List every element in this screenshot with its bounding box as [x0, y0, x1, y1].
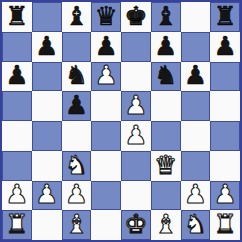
- square-f2[interactable]: [151, 181, 181, 211]
- square-h1[interactable]: ♜: [210, 210, 240, 240]
- square-e4[interactable]: ♟: [121, 121, 151, 151]
- square-e1[interactable]: ♚: [121, 210, 151, 240]
- square-g1[interactable]: ♞: [181, 210, 211, 240]
- square-c6[interactable]: ♞: [62, 62, 92, 92]
- piece-black-pawn[interactable]: ♟: [213, 33, 236, 59]
- piece-black-rook[interactable]: ♜: [213, 3, 236, 29]
- square-f5[interactable]: [151, 91, 181, 121]
- square-c3[interactable]: ♞: [62, 151, 92, 181]
- square-h5[interactable]: [210, 91, 240, 121]
- square-c5[interactable]: ♟: [62, 91, 92, 121]
- piece-black-pawn[interactable]: ♟: [184, 62, 207, 88]
- square-g6[interactable]: ♟: [181, 62, 211, 92]
- square-b5[interactable]: [32, 91, 62, 121]
- piece-white-pawn[interactable]: ♟: [94, 62, 117, 88]
- square-f6[interactable]: ♞: [151, 62, 181, 92]
- square-a5[interactable]: [2, 91, 32, 121]
- square-h8[interactable]: ♜: [210, 2, 240, 32]
- square-c4[interactable]: [62, 121, 92, 151]
- square-e2[interactable]: [121, 181, 151, 211]
- square-b7[interactable]: ♟: [32, 32, 62, 62]
- square-a7[interactable]: [2, 32, 32, 62]
- square-b8[interactable]: [32, 2, 62, 32]
- piece-white-pawn[interactable]: ♟: [124, 122, 147, 148]
- square-c2[interactable]: ♟: [62, 181, 92, 211]
- piece-white-pawn[interactable]: ♟: [5, 181, 28, 207]
- piece-white-knight[interactable]: ♞: [65, 152, 88, 178]
- piece-white-bishop[interactable]: ♝: [65, 211, 88, 237]
- square-g4[interactable]: [181, 121, 211, 151]
- square-f7[interactable]: ♟: [151, 32, 181, 62]
- square-e6[interactable]: [121, 62, 151, 92]
- square-g8[interactable]: [181, 2, 211, 32]
- square-g2[interactable]: ♟: [181, 181, 211, 211]
- square-h6[interactable]: [210, 62, 240, 92]
- piece-white-bishop[interactable]: ♝: [154, 211, 177, 237]
- square-g3[interactable]: [181, 151, 211, 181]
- square-c8[interactable]: ♝: [62, 2, 92, 32]
- piece-white-pawn[interactable]: ♟: [35, 181, 58, 207]
- square-d3[interactable]: [91, 151, 121, 181]
- piece-black-pawn[interactable]: ♟: [94, 33, 117, 59]
- square-a6[interactable]: ♟: [2, 62, 32, 92]
- square-d2[interactable]: [91, 181, 121, 211]
- square-b6[interactable]: [32, 62, 62, 92]
- square-a8[interactable]: ♜: [2, 2, 32, 32]
- piece-black-bishop[interactable]: ♝: [154, 3, 177, 29]
- piece-white-knight[interactable]: ♞: [184, 211, 207, 237]
- square-b4[interactable]: [32, 121, 62, 151]
- square-f4[interactable]: [151, 121, 181, 151]
- piece-white-rook[interactable]: ♜: [213, 211, 236, 237]
- square-d7[interactable]: ♟: [91, 32, 121, 62]
- square-a2[interactable]: ♟: [2, 181, 32, 211]
- piece-white-king[interactable]: ♚: [124, 211, 147, 237]
- piece-white-pawn[interactable]: ♟: [213, 181, 236, 207]
- square-h3[interactable]: [210, 151, 240, 181]
- piece-black-pawn[interactable]: ♟: [65, 92, 88, 118]
- piece-black-rook[interactable]: ♜: [5, 3, 28, 29]
- piece-white-pawn[interactable]: ♟: [65, 181, 88, 207]
- piece-black-bishop[interactable]: ♝: [65, 3, 88, 29]
- square-f3[interactable]: ♛: [151, 151, 181, 181]
- square-f8[interactable]: ♝: [151, 2, 181, 32]
- piece-black-queen[interactable]: ♛: [94, 3, 117, 29]
- piece-black-knight[interactable]: ♞: [65, 62, 88, 88]
- square-e3[interactable]: [121, 151, 151, 181]
- square-d8[interactable]: ♛: [91, 2, 121, 32]
- chess-board: ♜♝♛♚♝♜♟♟♟♟♟♞♟♞♟♟♟♟♞♛♟♟♟♟♟♜♝♚♝♞♜: [0, 0, 242, 242]
- square-b3[interactable]: [32, 151, 62, 181]
- piece-black-king[interactable]: ♚: [124, 3, 147, 29]
- square-d5[interactable]: [91, 91, 121, 121]
- square-c1[interactable]: ♝: [62, 210, 92, 240]
- square-c7[interactable]: [62, 32, 92, 62]
- piece-white-pawn[interactable]: ♟: [124, 92, 147, 118]
- square-b1[interactable]: [32, 210, 62, 240]
- square-d6[interactable]: ♟: [91, 62, 121, 92]
- square-d1[interactable]: [91, 210, 121, 240]
- piece-white-queen[interactable]: ♛: [154, 152, 177, 178]
- piece-black-knight[interactable]: ♞: [154, 62, 177, 88]
- piece-white-pawn[interactable]: ♟: [184, 181, 207, 207]
- square-e5[interactable]: ♟: [121, 91, 151, 121]
- square-a4[interactable]: [2, 121, 32, 151]
- square-g5[interactable]: [181, 91, 211, 121]
- square-e7[interactable]: [121, 32, 151, 62]
- piece-black-pawn[interactable]: ♟: [5, 62, 28, 88]
- square-a3[interactable]: [2, 151, 32, 181]
- square-h4[interactable]: [210, 121, 240, 151]
- square-a1[interactable]: ♜: [2, 210, 32, 240]
- square-e8[interactable]: ♚: [121, 2, 151, 32]
- piece-black-pawn[interactable]: ♟: [154, 33, 177, 59]
- square-h7[interactable]: ♟: [210, 32, 240, 62]
- piece-white-rook[interactable]: ♜: [5, 211, 28, 237]
- square-f1[interactable]: ♝: [151, 210, 181, 240]
- square-d4[interactable]: [91, 121, 121, 151]
- piece-black-pawn[interactable]: ♟: [35, 33, 58, 59]
- square-b2[interactable]: ♟: [32, 181, 62, 211]
- square-g7[interactable]: [181, 32, 211, 62]
- square-h2[interactable]: ♟: [210, 181, 240, 211]
